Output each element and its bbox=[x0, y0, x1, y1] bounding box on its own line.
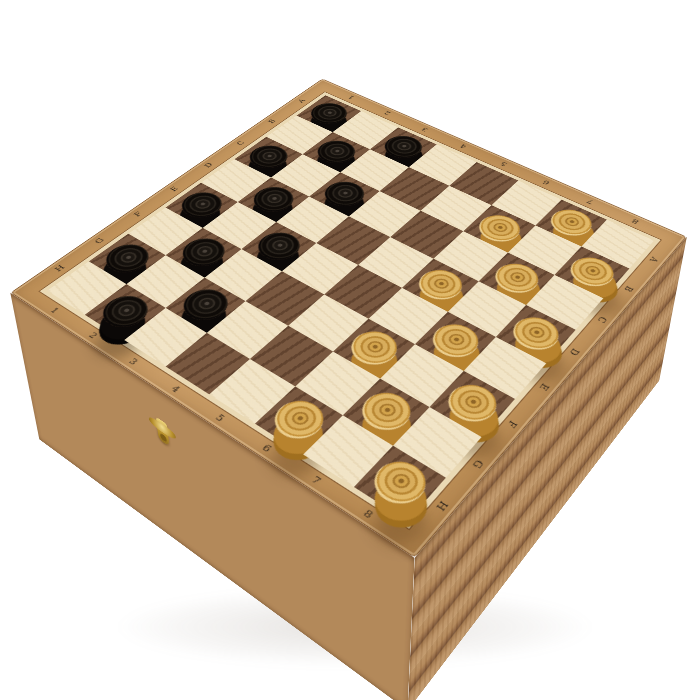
game-box: 12345678 12345678 ABCDEFGH ABCDEFGH bbox=[10, 79, 687, 558]
square-H8[interactable] bbox=[354, 446, 446, 522]
square-D7[interactable] bbox=[448, 281, 526, 337]
square-F7[interactable] bbox=[380, 344, 464, 407]
square-G4[interactable] bbox=[207, 301, 288, 359]
coord-label: H bbox=[36, 253, 84, 283]
square-E7[interactable] bbox=[415, 312, 496, 371]
square-G5[interactable] bbox=[250, 326, 333, 387]
square-C8[interactable] bbox=[526, 275, 603, 330]
white-checker[interactable] bbox=[424, 318, 487, 364]
white-checker[interactable] bbox=[487, 258, 546, 299]
white-checker[interactable] bbox=[505, 311, 567, 356]
photo-background: 12345678 12345678 ABCDEFGH ABCDEFGH bbox=[0, 0, 700, 700]
square-H4[interactable] bbox=[166, 333, 250, 395]
brass-latch bbox=[156, 417, 170, 447]
white-checker[interactable] bbox=[439, 378, 505, 429]
square-H2[interactable] bbox=[85, 284, 166, 340]
square-E5[interactable] bbox=[324, 265, 402, 319]
white-checker[interactable] bbox=[353, 386, 420, 438]
square-G3[interactable] bbox=[166, 278, 246, 333]
black-checker[interactable] bbox=[94, 290, 157, 333]
square-G6[interactable] bbox=[295, 352, 380, 416]
square-E6[interactable] bbox=[369, 288, 448, 344]
square-H5[interactable] bbox=[209, 359, 295, 424]
square-D8[interactable] bbox=[496, 305, 576, 363]
square-H7[interactable] bbox=[303, 415, 393, 487]
black-checker[interactable] bbox=[175, 283, 237, 326]
square-G7[interactable] bbox=[343, 379, 430, 446]
square-F5[interactable] bbox=[288, 294, 368, 351]
square-H1[interactable] bbox=[47, 261, 126, 314]
white-checker[interactable] bbox=[342, 325, 406, 372]
square-D6[interactable] bbox=[402, 259, 479, 312]
white-checker[interactable] bbox=[364, 454, 435, 513]
square-F4[interactable] bbox=[245, 271, 324, 325]
white-checker[interactable] bbox=[411, 264, 471, 305]
square-H6[interactable] bbox=[255, 386, 343, 454]
white-checker[interactable] bbox=[265, 394, 333, 447]
square-E8[interactable] bbox=[464, 337, 547, 399]
black-checker[interactable] bbox=[97, 239, 157, 278]
square-H3[interactable] bbox=[124, 308, 206, 367]
square-F8[interactable] bbox=[430, 371, 515, 437]
square-F6[interactable] bbox=[333, 319, 415, 379]
square-G8[interactable] bbox=[393, 407, 482, 478]
